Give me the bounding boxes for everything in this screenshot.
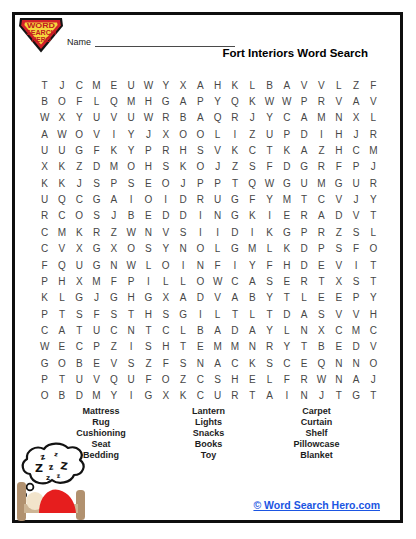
- grid-cell: X: [157, 388, 174, 404]
- logo-line-1: WORD: [27, 22, 55, 29]
- grid-cell: Q: [53, 191, 70, 207]
- grid-cell: N: [295, 322, 312, 338]
- grid-cell: A: [174, 93, 191, 109]
- grid-cell: O: [192, 273, 209, 289]
- grid-cell: G: [347, 388, 364, 404]
- word-item: Snacks: [166, 428, 251, 439]
- grid-cell: K: [261, 224, 278, 240]
- grid-cell: D: [88, 159, 105, 175]
- grid-cell: G: [157, 93, 174, 109]
- grid-cell: C: [244, 142, 261, 158]
- grid-cell: J: [347, 191, 364, 207]
- grid-cell: W: [122, 224, 139, 240]
- grid-cell: V: [105, 355, 122, 371]
- grid-cell: S: [244, 159, 261, 175]
- grid-cell: E: [313, 290, 330, 306]
- grid-cell: B: [122, 208, 139, 224]
- grid-cell: F: [88, 306, 105, 322]
- grid-cell: V: [157, 224, 174, 240]
- grid-cell: Y: [261, 290, 278, 306]
- grid-cell: D: [226, 322, 243, 338]
- grid-cell: T: [71, 322, 88, 338]
- grid-cell: A: [278, 77, 295, 93]
- grid-cell: C: [192, 371, 209, 387]
- grid-cell: P: [88, 339, 105, 355]
- grid-cell: S: [157, 306, 174, 322]
- grid-cell: R: [157, 142, 174, 158]
- grid-cell: U: [209, 191, 226, 207]
- grid-cell: S: [347, 273, 364, 289]
- grid-cell: T: [330, 388, 347, 404]
- grid-cell: L: [365, 110, 382, 126]
- bubble-trail-dot: [27, 484, 34, 491]
- word-grid: TJCMEUWYXAHKLBAVVLZFBOFLQMHGAPYQKWWPRVAV…: [36, 77, 382, 404]
- grid-cell: O: [71, 208, 88, 224]
- grid-cell: K: [36, 175, 53, 191]
- name-blank-line[interactable]: [95, 36, 235, 47]
- name-label: Name: [67, 37, 91, 47]
- grid-cell: R: [157, 110, 174, 126]
- grid-cell: O: [365, 355, 382, 371]
- grid-cell: J: [53, 77, 70, 93]
- grid-cell: V: [313, 77, 330, 93]
- grid-cell: A: [295, 306, 312, 322]
- grid-cell: T: [365, 208, 382, 224]
- grid-cell: I: [244, 224, 261, 240]
- grid-cell: J: [71, 175, 88, 191]
- grid-cell: E: [140, 175, 157, 191]
- grid-cell: S: [122, 175, 139, 191]
- grid-cell: R: [36, 208, 53, 224]
- grid-cell: X: [71, 273, 88, 289]
- grid-cell: Q: [105, 93, 122, 109]
- grid-cell: N: [192, 257, 209, 273]
- grid-cell: C: [365, 322, 382, 338]
- red-blanket: [39, 489, 76, 513]
- grid-cell: O: [157, 175, 174, 191]
- grid-cell: F: [347, 241, 364, 257]
- grid-cell: U: [88, 110, 105, 126]
- grid-cell: S: [71, 306, 88, 322]
- grid-cell: T: [226, 175, 243, 191]
- grid-cell: L: [330, 77, 347, 93]
- grid-cell: R: [365, 126, 382, 142]
- grid-cell: B: [71, 355, 88, 371]
- grid-cell: Y: [71, 110, 88, 126]
- grid-cell: N: [295, 388, 312, 404]
- grid-cell: Y: [105, 388, 122, 404]
- grid-cell: M: [88, 388, 105, 404]
- grid-cell: I: [157, 191, 174, 207]
- grid-cell: D: [226, 224, 243, 240]
- grid-cell: T: [122, 306, 139, 322]
- grid-cell: D: [295, 241, 312, 257]
- grid-cell: I: [313, 126, 330, 142]
- grid-cell: X: [105, 241, 122, 257]
- grid-cell: C: [192, 388, 209, 404]
- grid-cell: T: [244, 388, 261, 404]
- grid-cell: U: [122, 77, 139, 93]
- grid-cell: R: [313, 93, 330, 109]
- grid-cell: I: [278, 388, 295, 404]
- grid-cell: X: [53, 110, 70, 126]
- grid-cell: Z: [244, 126, 261, 142]
- grid-cell: X: [36, 159, 53, 175]
- grid-cell: I: [192, 224, 209, 240]
- grid-cell: K: [278, 241, 295, 257]
- grid-cell: L: [174, 273, 191, 289]
- grid-cell: C: [313, 191, 330, 207]
- grid-cell: F: [36, 257, 53, 273]
- grid-cell: Z: [105, 339, 122, 355]
- grid-cell: N: [330, 371, 347, 387]
- grid-cell: Y: [261, 322, 278, 338]
- grid-cell: Z: [347, 77, 364, 93]
- grid-cell: B: [174, 110, 191, 126]
- word-search-hero-link[interactable]: © Word Search Hero.com: [253, 499, 380, 511]
- grid-cell: V: [347, 208, 364, 224]
- grid-cell: P: [295, 224, 312, 240]
- grid-cell: L: [209, 126, 226, 142]
- grid-cell: D: [174, 191, 191, 207]
- grid-cell: S: [174, 355, 191, 371]
- grid-cell: G: [71, 142, 88, 158]
- grid-cell: C: [71, 77, 88, 93]
- grid-cell: S: [140, 339, 157, 355]
- grid-cell: X: [157, 126, 174, 142]
- grid-cell: F: [71, 93, 88, 109]
- grid-cell: E: [244, 371, 261, 387]
- grid-cell: G: [226, 208, 243, 224]
- grid-cell: H: [122, 290, 139, 306]
- grid-cell: T: [295, 339, 312, 355]
- grid-cell: J: [244, 110, 261, 126]
- grid-cell: S: [330, 241, 347, 257]
- grid-cell: G: [226, 241, 243, 257]
- grid-cell: H: [278, 257, 295, 273]
- grid-cell: J: [365, 371, 382, 387]
- grid-cell: I: [140, 273, 157, 289]
- grid-cell: T: [226, 306, 243, 322]
- grid-cell: M: [313, 175, 330, 191]
- grid-cell: P: [36, 371, 53, 387]
- grid-cell: T: [36, 77, 53, 93]
- grid-cell: W: [36, 339, 53, 355]
- grid-cell: J: [88, 290, 105, 306]
- grid-cell: K: [226, 142, 243, 158]
- grid-cell: N: [330, 355, 347, 371]
- svg-text:Z: Z: [60, 460, 69, 472]
- grid-cell: A: [244, 273, 261, 289]
- grid-cell: S: [88, 175, 105, 191]
- grid-cell: W: [122, 257, 139, 273]
- grid-cell: U: [261, 126, 278, 142]
- grid-cell: O: [53, 93, 70, 109]
- grid-cell: G: [88, 257, 105, 273]
- grid-cell: E: [53, 339, 70, 355]
- grid-cell: S: [88, 208, 105, 224]
- grid-cell: R: [295, 208, 312, 224]
- grid-cell: Y: [122, 142, 139, 158]
- grid-cell: K: [53, 159, 70, 175]
- grid-cell: I: [347, 257, 364, 273]
- grid-cell: W: [313, 371, 330, 387]
- grid-cell: I: [261, 208, 278, 224]
- grid-cell: V: [347, 306, 364, 322]
- grid-cell: U: [53, 142, 70, 158]
- grid-cell: G: [226, 191, 243, 207]
- grid-cell: P: [347, 159, 364, 175]
- grid-cell: L: [174, 322, 191, 338]
- grid-cell: D: [295, 257, 312, 273]
- grid-cell: A: [192, 77, 209, 93]
- grid-cell: V: [365, 339, 382, 355]
- grid-cell: R: [313, 224, 330, 240]
- grid-cell: Y: [278, 339, 295, 355]
- word-column-2: LanternLightsSnacksBooksToy: [166, 406, 251, 461]
- grid-cell: K: [71, 224, 88, 240]
- grid-cell: D: [330, 208, 347, 224]
- puzzle-title: Fort Interiors Word Search: [223, 47, 368, 59]
- grid-cell: O: [157, 371, 174, 387]
- grid-cell: T: [174, 339, 191, 355]
- grid-cell: V: [295, 77, 312, 93]
- grid-cell: L: [209, 241, 226, 257]
- grid-cell: J: [313, 388, 330, 404]
- word-item: Pillowcase: [251, 439, 382, 450]
- grid-cell: F: [105, 273, 122, 289]
- grid-cell: S: [192, 142, 209, 158]
- grid-cell: O: [71, 126, 88, 142]
- grid-cell: F: [157, 355, 174, 371]
- grid-cell: P: [36, 306, 53, 322]
- word-item: Shelf: [251, 428, 382, 439]
- grid-cell: M: [209, 339, 226, 355]
- grid-cell: I: [192, 306, 209, 322]
- grid-cell: Y: [157, 77, 174, 93]
- grid-cell: A: [105, 191, 122, 207]
- grid-cell: D: [278, 306, 295, 322]
- grid-cell: O: [192, 241, 209, 257]
- grid-cell: K: [244, 208, 261, 224]
- grid-cell: N: [105, 257, 122, 273]
- grid-cell: E: [192, 339, 209, 355]
- grid-cell: F: [209, 257, 226, 273]
- grid-cell: Y: [365, 290, 382, 306]
- grid-cell: W: [140, 110, 157, 126]
- grid-cell: U: [71, 257, 88, 273]
- grid-cell: L: [157, 273, 174, 289]
- grid-cell: D: [295, 126, 312, 142]
- grid-cell: I: [122, 388, 139, 404]
- grid-cell: H: [140, 159, 157, 175]
- logo-line-3: HERO: [32, 36, 51, 43]
- grid-cell: E: [330, 339, 347, 355]
- grid-cell: L: [209, 306, 226, 322]
- grid-cell: F: [330, 159, 347, 175]
- word-item: Toy: [166, 450, 251, 461]
- grid-cell: A: [53, 322, 70, 338]
- grid-cell: N: [244, 339, 261, 355]
- grid-cell: K: [244, 93, 261, 109]
- grid-cell: P: [36, 273, 53, 289]
- grid-cell: Y: [244, 257, 261, 273]
- grid-cell: W: [36, 110, 53, 126]
- grid-cell: S: [347, 224, 364, 240]
- grid-cell: E: [295, 355, 312, 371]
- grid-cell: M: [278, 191, 295, 207]
- grid-cell: L: [261, 371, 278, 387]
- grid-cell: P: [295, 93, 312, 109]
- grid-cell: C: [330, 322, 347, 338]
- grid-cell: Q: [209, 110, 226, 126]
- grid-cell: R: [261, 339, 278, 355]
- grid-cell: P: [140, 142, 157, 158]
- grid-cell: W: [261, 93, 278, 109]
- grid-cell: R: [313, 159, 330, 175]
- grid-cell: Z: [105, 224, 122, 240]
- grid-cell: M: [88, 77, 105, 93]
- grid-cell: R: [295, 371, 312, 387]
- word-column-3: CarpetCurtainShelfPillowcaseBlanket: [251, 406, 382, 461]
- grid-cell: F: [261, 257, 278, 273]
- grid-cell: E: [330, 290, 347, 306]
- grid-cell: Y: [209, 93, 226, 109]
- word-item: Rug: [36, 417, 166, 428]
- grid-cell: K: [244, 355, 261, 371]
- grid-cell: Q: [105, 371, 122, 387]
- grid-cell: U: [347, 175, 364, 191]
- grid-cell: R: [295, 273, 312, 289]
- word-item: Lantern: [166, 406, 251, 417]
- grid-cell: P: [192, 175, 209, 191]
- grid-cell: Z: [313, 142, 330, 158]
- grid-cell: A: [313, 208, 330, 224]
- grid-cell: I: [174, 257, 191, 273]
- grid-cell: K: [226, 77, 243, 93]
- grid-cell: L: [261, 241, 278, 257]
- grid-cell: W: [209, 273, 226, 289]
- grid-cell: Y: [261, 110, 278, 126]
- grid-cell: Q: [244, 175, 261, 191]
- grid-cell: V: [209, 290, 226, 306]
- grid-cell: G: [140, 388, 157, 404]
- grid-cell: U: [71, 371, 88, 387]
- grid-cell: X: [347, 110, 364, 126]
- word-item: Books: [166, 439, 251, 450]
- grid-cell: S: [261, 355, 278, 371]
- grid-cell: S: [209, 371, 226, 387]
- grid-cell: T: [53, 371, 70, 387]
- grid-cell: B: [53, 388, 70, 404]
- grid-cell: V: [330, 257, 347, 273]
- grid-cell: D: [71, 388, 88, 404]
- grid-cell: E: [88, 355, 105, 371]
- grid-cell: I: [226, 126, 243, 142]
- grid-cell: N: [192, 355, 209, 371]
- grid-cell: S: [313, 306, 330, 322]
- grid-cell: M: [365, 142, 382, 158]
- grid-cell: C: [278, 355, 295, 371]
- grid-cell: M: [105, 159, 122, 175]
- grid-cell: H: [365, 306, 382, 322]
- grid-cell: L: [295, 290, 312, 306]
- grid-cell: O: [140, 191, 157, 207]
- grid-cell: T: [261, 306, 278, 322]
- grid-cell: D: [278, 159, 295, 175]
- word-item: Carpet: [251, 406, 382, 417]
- grid-cell: Y: [365, 191, 382, 207]
- grid-cell: X: [174, 77, 191, 93]
- grid-cell: G: [71, 290, 88, 306]
- grid-cell: T: [365, 273, 382, 289]
- grid-cell: I: [209, 224, 226, 240]
- grid-cell: X: [157, 290, 174, 306]
- grid-cell: V: [209, 142, 226, 158]
- grid-cell: B: [36, 93, 53, 109]
- grid-cell: A: [174, 290, 191, 306]
- grid-cell: C: [157, 322, 174, 338]
- grid-cell: C: [105, 322, 122, 338]
- grid-cell: S: [105, 306, 122, 322]
- grid-cell: C: [53, 208, 70, 224]
- grid-cell: T: [313, 273, 330, 289]
- grid-cell: A: [347, 371, 364, 387]
- grid-cell: H: [140, 93, 157, 109]
- grid-cell: P: [313, 241, 330, 257]
- grid-cell: A: [192, 110, 209, 126]
- grid-cell: E: [278, 273, 295, 289]
- grid-cell: L: [140, 257, 157, 273]
- grid-cell: M: [313, 110, 330, 126]
- grid-cell: G: [105, 290, 122, 306]
- grid-cell: R: [226, 110, 243, 126]
- svg-text:z: z: [46, 474, 50, 482]
- grid-cell: V: [365, 93, 382, 109]
- grid-cell: A: [261, 388, 278, 404]
- grid-cell: B: [244, 290, 261, 306]
- grid-cell: T: [278, 290, 295, 306]
- grid-cell: A: [226, 290, 243, 306]
- word-item: Mattress: [36, 406, 166, 417]
- grid-cell: M: [226, 339, 243, 355]
- grid-cell: S: [261, 273, 278, 289]
- grid-cell: Z: [71, 159, 88, 175]
- grid-cell: H: [330, 142, 347, 158]
- grid-cell: O: [122, 159, 139, 175]
- grid-cell: O: [53, 355, 70, 371]
- grid-cell: T: [140, 322, 157, 338]
- grid-cell: O: [192, 126, 209, 142]
- word-item: Curtain: [251, 417, 382, 428]
- word-search-hero-logo: WORD SEARCH HERO: [19, 13, 63, 53]
- grid-cell: E: [278, 208, 295, 224]
- grid-cell: Y: [122, 126, 139, 142]
- grid-cell: D: [174, 208, 191, 224]
- grid-cell: A: [295, 142, 312, 158]
- grid-cell: V: [88, 126, 105, 142]
- grid-cell: A: [209, 355, 226, 371]
- word-item: Lights: [166, 417, 251, 428]
- grid-cell: L: [53, 290, 70, 306]
- grid-cell: M: [122, 93, 139, 109]
- grid-cell: J: [209, 159, 226, 175]
- grid-cell: B: [313, 339, 330, 355]
- bed-headboard: [17, 482, 26, 521]
- grid-cell: F: [88, 142, 105, 158]
- grid-cell: A: [244, 322, 261, 338]
- grid-cell: L: [88, 93, 105, 109]
